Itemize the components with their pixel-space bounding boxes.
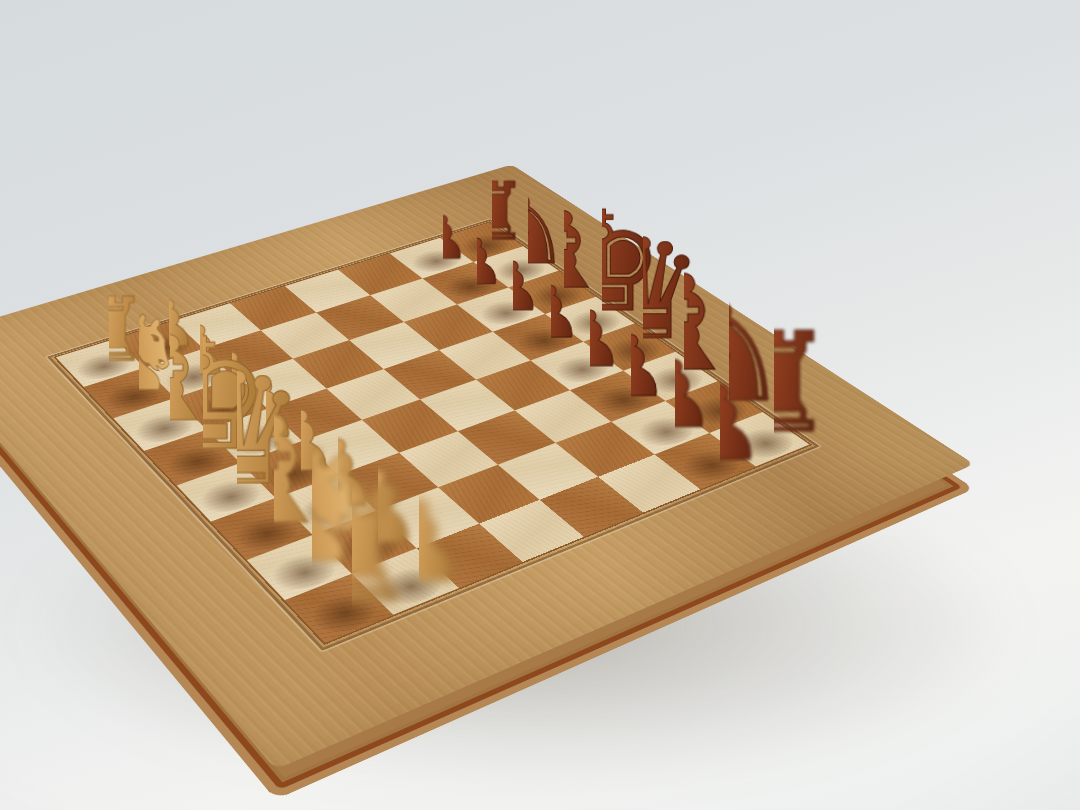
chess-board: ♜♟♟♜♞♟♟♞♝♟♟♝♚♟♟♚♛♟♟♛♝♟♟♝♞♟♟♞♜♟♟♜ [0,164,975,769]
chess-set-photo: ♜♟♟♜♞♟♟♞♝♟♟♝♚♟♟♚♛♟♟♛♝♟♟♝♞♟♟♞♜♟♟♜ [0,0,1080,810]
black-pawn-icon: ♟ [674,375,765,471]
scene-3d: ♜♟♟♜♞♟♟♞♝♟♟♝♚♟♟♚♛♟♟♛♝♟♟♝♞♟♟♞♜♟♟♜ [0,0,1080,810]
white-rook-icon: ♜ [282,474,421,621]
